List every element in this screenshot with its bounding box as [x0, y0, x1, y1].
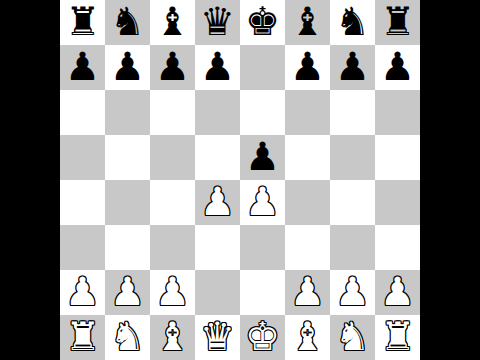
black-knight: ♞	[335, 0, 370, 44]
white-king: ♚	[245, 315, 280, 359]
square-d3[interactable]	[195, 225, 240, 270]
white-pawn: ♟	[65, 270, 100, 314]
black-pawn: ♟	[335, 45, 370, 89]
letterbox-right	[420, 0, 480, 360]
white-pawn: ♟	[380, 270, 415, 314]
square-d5[interactable]	[195, 135, 240, 180]
white-pawn: ♟	[110, 270, 145, 314]
square-f5[interactable]	[285, 135, 330, 180]
black-pawn: ♟	[200, 45, 235, 89]
square-d1[interactable]: ♛	[195, 315, 240, 360]
square-d8[interactable]: ♛	[195, 0, 240, 45]
square-h2[interactable]: ♟	[375, 270, 420, 315]
square-d4[interactable]: ♟	[195, 180, 240, 225]
square-b2[interactable]: ♟	[105, 270, 150, 315]
square-e3[interactable]	[240, 225, 285, 270]
square-e8[interactable]: ♚	[240, 0, 285, 45]
square-f3[interactable]	[285, 225, 330, 270]
black-knight: ♞	[110, 0, 145, 44]
square-f2[interactable]: ♟	[285, 270, 330, 315]
square-e2[interactable]	[240, 270, 285, 315]
square-h8[interactable]: ♜	[375, 0, 420, 45]
video-frame: ♜♞♝♛♚♝♞♜♟♟♟♟♟♟♟♟♟♟♟♟♟♟♟♟♜♞♝♛♚♝♞♜	[0, 0, 480, 360]
white-pawn: ♟	[245, 180, 280, 224]
square-c5[interactable]	[150, 135, 195, 180]
square-a1[interactable]: ♜	[60, 315, 105, 360]
square-h5[interactable]	[375, 135, 420, 180]
square-b8[interactable]: ♞	[105, 0, 150, 45]
square-c6[interactable]	[150, 90, 195, 135]
black-pawn: ♟	[65, 45, 100, 89]
square-g1[interactable]: ♞	[330, 315, 375, 360]
black-queen: ♛	[200, 0, 235, 44]
square-d6[interactable]	[195, 90, 240, 135]
square-h7[interactable]: ♟	[375, 45, 420, 90]
square-c3[interactable]	[150, 225, 195, 270]
square-b4[interactable]	[105, 180, 150, 225]
square-a3[interactable]	[60, 225, 105, 270]
square-c7[interactable]: ♟	[150, 45, 195, 90]
square-c8[interactable]: ♝	[150, 0, 195, 45]
white-pawn: ♟	[290, 270, 325, 314]
white-bishop: ♝	[290, 315, 325, 359]
black-rook: ♜	[380, 0, 415, 44]
square-f8[interactable]: ♝	[285, 0, 330, 45]
square-b3[interactable]	[105, 225, 150, 270]
square-e4[interactable]: ♟	[240, 180, 285, 225]
square-d7[interactable]: ♟	[195, 45, 240, 90]
white-pawn: ♟	[155, 270, 190, 314]
square-h6[interactable]	[375, 90, 420, 135]
square-g8[interactable]: ♞	[330, 0, 375, 45]
square-h4[interactable]	[375, 180, 420, 225]
square-b7[interactable]: ♟	[105, 45, 150, 90]
square-a7[interactable]: ♟	[60, 45, 105, 90]
square-c1[interactable]: ♝	[150, 315, 195, 360]
square-c2[interactable]: ♟	[150, 270, 195, 315]
white-knight: ♞	[335, 315, 370, 359]
white-rook: ♜	[65, 315, 100, 359]
square-a6[interactable]	[60, 90, 105, 135]
square-g7[interactable]: ♟	[330, 45, 375, 90]
square-f1[interactable]: ♝	[285, 315, 330, 360]
white-pawn: ♟	[200, 180, 235, 224]
square-f4[interactable]	[285, 180, 330, 225]
square-g3[interactable]	[330, 225, 375, 270]
square-e1[interactable]: ♚	[240, 315, 285, 360]
square-a5[interactable]	[60, 135, 105, 180]
square-g5[interactable]	[330, 135, 375, 180]
square-h1[interactable]: ♜	[375, 315, 420, 360]
black-pawn: ♟	[110, 45, 145, 89]
white-queen: ♛	[200, 315, 235, 359]
square-a8[interactable]: ♜	[60, 0, 105, 45]
square-g2[interactable]: ♟	[330, 270, 375, 315]
black-pawn: ♟	[245, 135, 280, 179]
square-b5[interactable]	[105, 135, 150, 180]
square-e7[interactable]	[240, 45, 285, 90]
square-h3[interactable]	[375, 225, 420, 270]
square-f7[interactable]: ♟	[285, 45, 330, 90]
square-a4[interactable]	[60, 180, 105, 225]
white-knight: ♞	[110, 315, 145, 359]
black-pawn: ♟	[290, 45, 325, 89]
white-bishop: ♝	[155, 315, 190, 359]
square-f6[interactable]	[285, 90, 330, 135]
square-e6[interactable]	[240, 90, 285, 135]
square-a2[interactable]: ♟	[60, 270, 105, 315]
letterbox-left	[0, 0, 60, 360]
black-pawn: ♟	[380, 45, 415, 89]
black-rook: ♜	[65, 0, 100, 44]
white-rook: ♜	[380, 315, 415, 359]
square-b6[interactable]	[105, 90, 150, 135]
square-b1[interactable]: ♞	[105, 315, 150, 360]
black-bishop: ♝	[290, 0, 325, 44]
white-pawn: ♟	[335, 270, 370, 314]
black-pawn: ♟	[155, 45, 190, 89]
chess-board: ♜♞♝♛♚♝♞♜♟♟♟♟♟♟♟♟♟♟♟♟♟♟♟♟♜♞♝♛♚♝♞♜	[60, 0, 420, 360]
black-king: ♚	[245, 0, 280, 44]
square-c4[interactable]	[150, 180, 195, 225]
square-d2[interactable]	[195, 270, 240, 315]
square-g4[interactable]	[330, 180, 375, 225]
square-g6[interactable]	[330, 90, 375, 135]
square-e5[interactable]: ♟	[240, 135, 285, 180]
black-bishop: ♝	[155, 0, 190, 44]
